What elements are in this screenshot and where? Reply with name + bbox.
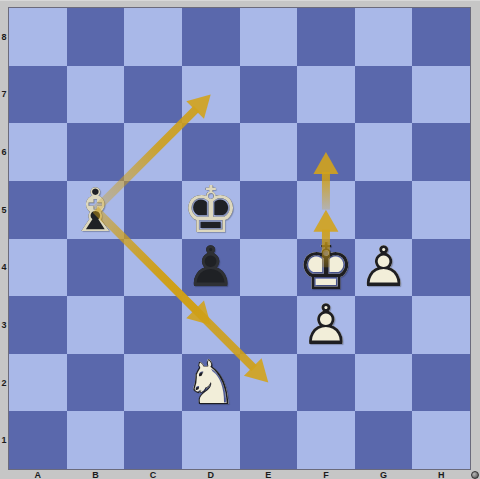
board-frame: ♝♗♚♔♟♙♚♔♟♙♟♙♞♘ <box>8 7 471 470</box>
file-label-B: B <box>89 470 101 479</box>
square-a3[interactable] <box>9 296 67 354</box>
square-d8[interactable] <box>182 8 240 66</box>
square-e1[interactable] <box>240 411 298 469</box>
file-label-H: H <box>435 470 447 479</box>
square-g8[interactable] <box>355 8 413 66</box>
square-h6[interactable] <box>412 123 470 181</box>
square-c2[interactable] <box>124 354 182 412</box>
square-b2[interactable] <box>67 354 125 412</box>
square-c3[interactable] <box>124 296 182 354</box>
square-h8[interactable] <box>412 8 470 66</box>
square-f2[interactable] <box>297 354 355 412</box>
square-a1[interactable] <box>9 411 67 469</box>
square-b6[interactable] <box>67 123 125 181</box>
black-king-d5[interactable]: ♚♔ <box>182 181 240 239</box>
king-glyph-outline: ♔ <box>297 238 355 296</box>
square-g1[interactable] <box>355 411 413 469</box>
white-pawn-f3[interactable]: ♟♙ <box>297 296 355 354</box>
square-b7[interactable] <box>67 66 125 124</box>
square-h1[interactable] <box>412 411 470 469</box>
square-h7[interactable] <box>412 66 470 124</box>
square-g6[interactable] <box>355 123 413 181</box>
rank-label-5: 5 <box>0 205 8 215</box>
file-label-A: A <box>32 470 44 479</box>
square-e5[interactable] <box>240 181 298 239</box>
square-f6[interactable] <box>297 123 355 181</box>
resize-grip-dot-icon[interactable] <box>471 471 479 479</box>
square-f1[interactable] <box>297 411 355 469</box>
square-e2[interactable] <box>240 354 298 412</box>
file-label-E: E <box>262 470 274 479</box>
file-label-D: D <box>205 470 217 479</box>
rank-label-2: 2 <box>0 378 8 388</box>
square-g5[interactable] <box>355 181 413 239</box>
square-a5[interactable] <box>9 181 67 239</box>
square-c5[interactable] <box>124 181 182 239</box>
pawn-glyph-outline: ♙ <box>355 238 413 296</box>
rank-label-8: 8 <box>0 32 8 42</box>
square-c1[interactable] <box>124 411 182 469</box>
white-king-f4[interactable]: ♚♔ <box>297 238 355 296</box>
square-e6[interactable] <box>240 123 298 181</box>
square-g7[interactable] <box>355 66 413 124</box>
square-c8[interactable] <box>124 8 182 66</box>
rank-label-1: 1 <box>0 435 8 445</box>
square-a6[interactable] <box>9 123 67 181</box>
square-e4[interactable] <box>240 239 298 297</box>
king-glyph-outline: ♔ <box>182 181 240 239</box>
white-pawn-g4[interactable]: ♟♙ <box>355 238 413 296</box>
black-pawn-d4[interactable]: ♟♙ <box>182 238 240 296</box>
square-h2[interactable] <box>412 354 470 412</box>
square-f8[interactable] <box>297 8 355 66</box>
square-c7[interactable] <box>124 66 182 124</box>
square-b4[interactable] <box>67 239 125 297</box>
pawn-glyph-outline: ♙ <box>297 296 355 354</box>
file-label-G: G <box>378 470 390 479</box>
square-f7[interactable] <box>297 66 355 124</box>
square-c6[interactable] <box>124 123 182 181</box>
square-g2[interactable] <box>355 354 413 412</box>
square-a4[interactable] <box>9 239 67 297</box>
knight-glyph-outline: ♘ <box>182 354 240 412</box>
square-b1[interactable] <box>67 411 125 469</box>
square-e7[interactable] <box>240 66 298 124</box>
bishop-glyph-outline: ♗ <box>66 181 124 239</box>
square-h5[interactable] <box>412 181 470 239</box>
square-d1[interactable] <box>182 411 240 469</box>
square-b3[interactable] <box>67 296 125 354</box>
square-d7[interactable] <box>182 66 240 124</box>
square-g3[interactable] <box>355 296 413 354</box>
rank-label-6: 6 <box>0 147 8 157</box>
white-knight-d2[interactable]: ♞♘ <box>182 354 240 412</box>
square-a8[interactable] <box>9 8 67 66</box>
black-bishop-b5[interactable]: ♝♗ <box>66 181 124 239</box>
rank-label-4: 4 <box>0 262 8 272</box>
rank-label-3: 3 <box>0 320 8 330</box>
chess-app-window: ♝♗♚♔♟♙♚♔♟♙♟♙♞♘ 87654321 ABCDEFGH <box>0 0 480 479</box>
file-label-F: F <box>320 470 332 479</box>
square-a2[interactable] <box>9 354 67 412</box>
square-e3[interactable] <box>240 296 298 354</box>
square-a7[interactable] <box>9 66 67 124</box>
square-b8[interactable] <box>67 8 125 66</box>
file-label-C: C <box>147 470 159 479</box>
square-c4[interactable] <box>124 239 182 297</box>
rank-label-7: 7 <box>0 89 8 99</box>
square-e8[interactable] <box>240 8 298 66</box>
square-h3[interactable] <box>412 296 470 354</box>
square-h4[interactable] <box>412 239 470 297</box>
pawn-glyph-outline: ♙ <box>182 238 240 296</box>
